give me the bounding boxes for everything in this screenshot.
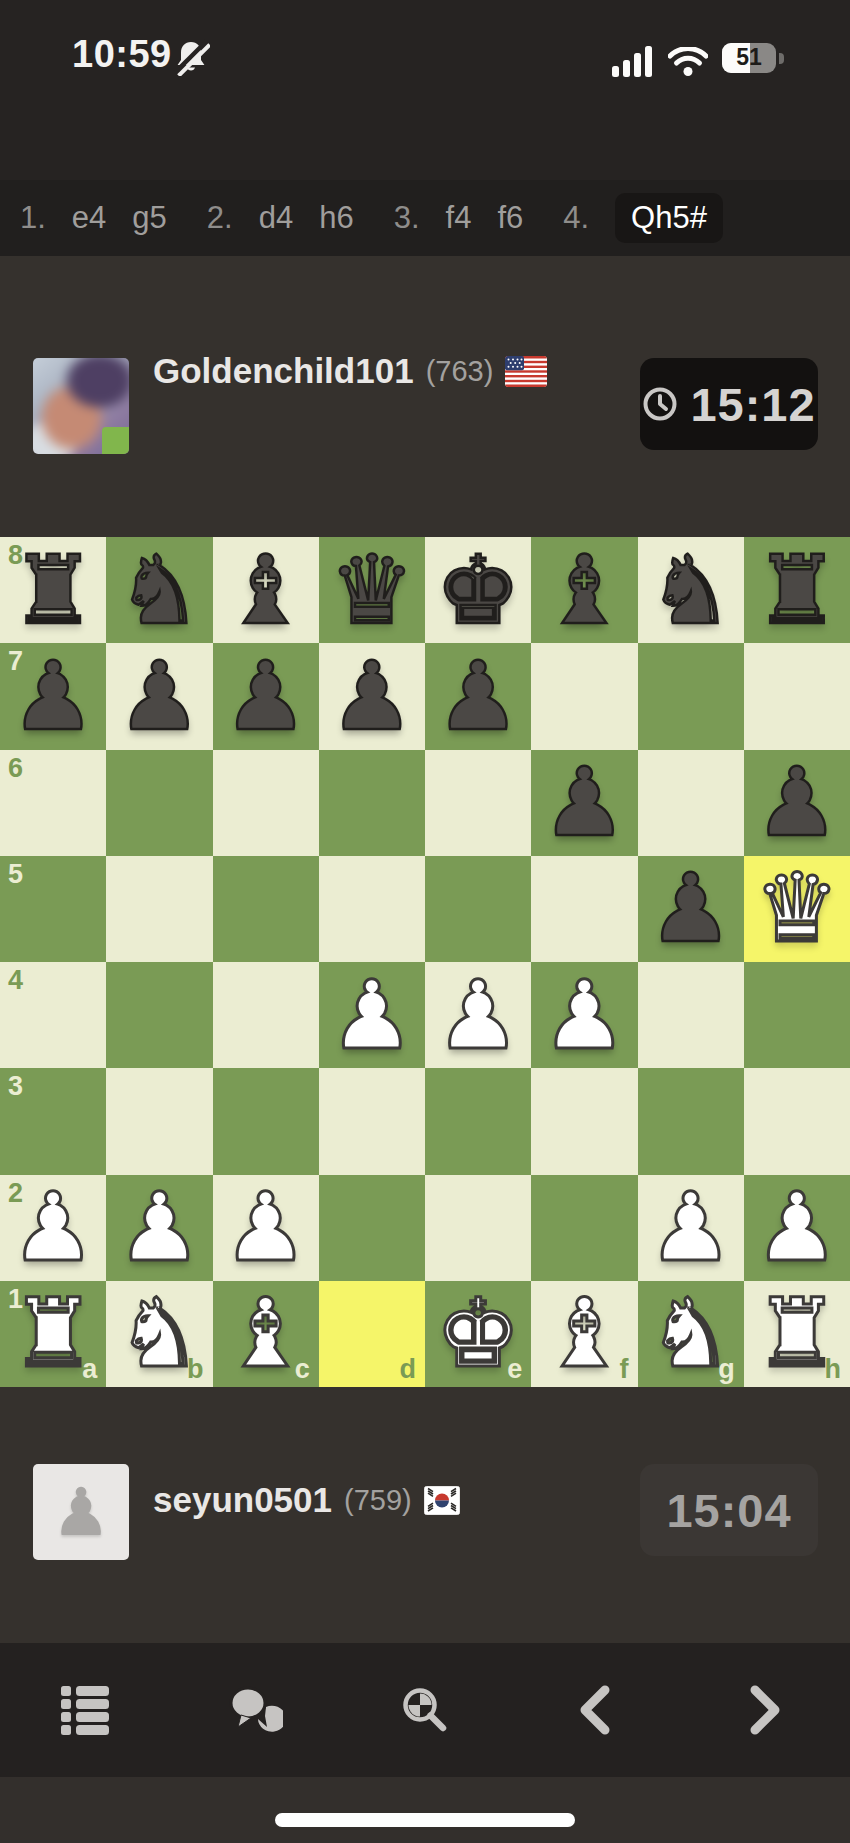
move-number: 1. (20, 200, 46, 236)
toolbar-next-move-button[interactable] (680, 1643, 850, 1777)
square-f3[interactable] (531, 1068, 637, 1174)
file-label: g (718, 1354, 735, 1385)
battery-percent: 51 (722, 44, 776, 71)
black-queen[interactable]: ♛ (329, 543, 414, 638)
square-a1[interactable]: 1a♜ (0, 1281, 106, 1387)
white-queen[interactable]: ♛ (754, 861, 839, 956)
square-g4[interactable] (638, 962, 744, 1068)
move-list-bar: 1.e4g52.d4h63.f4f64.Qh5# (0, 180, 850, 256)
app-header: Chess .com (0, 110, 850, 180)
white-pawn[interactable]: ♟ (542, 968, 627, 1063)
status-bar: 10:59 51 (0, 0, 850, 110)
square-d8[interactable]: ♛ (319, 537, 425, 643)
rank-label: 4 (8, 965, 23, 996)
move-token[interactable]: d4 (259, 200, 293, 236)
square-h8[interactable]: ♜ (744, 537, 850, 643)
rank-label: 6 (8, 753, 23, 784)
home-indicator[interactable] (275, 1813, 575, 1827)
square-d4[interactable]: ♟ (319, 962, 425, 1068)
square-f1[interactable]: f♝ (531, 1281, 637, 1387)
square-c5[interactable] (213, 856, 319, 962)
bottom-toolbar (0, 1643, 850, 1777)
square-c7[interactable]: ♟ (213, 643, 319, 749)
file-label: f (620, 1354, 629, 1385)
square-g1[interactable]: g♞ (638, 1281, 744, 1387)
chess-board: 8♜♞♝♛♚♝♞♜7♟♟♟♟♟6♟♟5♟♛4♟♟♟32♟♟♟♟♟1a♜b♞c♝d… (0, 537, 850, 1387)
square-h2[interactable]: ♟ (744, 1175, 850, 1281)
clock-time: 15:12 (690, 377, 815, 432)
black-knight[interactable]: ♞ (117, 543, 202, 638)
move-token[interactable]: h6 (319, 200, 353, 236)
player-rating: (763) (426, 355, 494, 388)
clock-icon (642, 386, 678, 422)
rank-label: 2 (8, 1178, 23, 1209)
square-f6[interactable]: ♟ (531, 750, 637, 856)
square-g6[interactable] (638, 750, 744, 856)
toolbar-previous-move-button[interactable] (510, 1643, 680, 1777)
file-label: e (507, 1354, 522, 1385)
square-c8[interactable]: ♝ (213, 537, 319, 643)
square-c1[interactable]: c♝ (213, 1281, 319, 1387)
current-move-chip[interactable]: Qh5# (615, 193, 723, 243)
player-name: Goldenchild101 (153, 351, 414, 391)
black-bishop[interactable]: ♝ (542, 543, 627, 638)
white-pawn[interactable]: ♟ (11, 1180, 96, 1275)
chevron-right-icon (745, 1684, 785, 1736)
square-a8[interactable]: 8♜ (0, 537, 106, 643)
square-h7[interactable] (744, 643, 850, 749)
black-rook[interactable]: ♜ (11, 543, 96, 638)
chat-icon (227, 1685, 283, 1735)
white-pawn[interactable]: ♟ (223, 1180, 308, 1275)
rank-label: 8 (8, 540, 23, 571)
black-pawn[interactable]: ♟ (436, 649, 521, 744)
square-d7[interactable]: ♟ (319, 643, 425, 749)
square-f8[interactable]: ♝ (531, 537, 637, 643)
square-d3[interactable] (319, 1068, 425, 1174)
player-clock-top: 15:12 (640, 358, 818, 450)
black-pawn[interactable]: ♟ (542, 755, 627, 850)
black-knight[interactable]: ♞ (648, 543, 733, 638)
online-badge (102, 427, 129, 454)
player-info-row: seyun0501 (759) (153, 1474, 460, 1526)
square-d6[interactable] (319, 750, 425, 856)
square-h6[interactable]: ♟ (744, 750, 850, 856)
black-pawn[interactable]: ♟ (754, 755, 839, 850)
player-name: seyun0501 (153, 1480, 332, 1520)
move-token[interactable]: g5 (132, 200, 166, 236)
move-token[interactable]: f6 (497, 200, 523, 236)
square-g8[interactable]: ♞ (638, 537, 744, 643)
black-pawn[interactable]: ♟ (329, 649, 414, 744)
black-bishop[interactable]: ♝ (223, 543, 308, 638)
square-f4[interactable]: ♟ (531, 962, 637, 1068)
square-f2[interactable] (531, 1175, 637, 1281)
square-e1[interactable]: e♚ (425, 1281, 531, 1387)
default-pawn-avatar-icon: ♟ (51, 1474, 110, 1551)
square-a2[interactable]: 2♟ (0, 1175, 106, 1281)
square-e4[interactable]: ♟ (425, 962, 531, 1068)
square-b7[interactable]: ♟ (106, 643, 212, 749)
chess-app-screen: 10:59 51 (0, 0, 850, 1843)
square-a5[interactable]: 5 (0, 856, 106, 962)
file-label: b (187, 1354, 204, 1385)
rank-label: 1 (8, 1284, 23, 1315)
file-label: d (400, 1354, 417, 1385)
analysis-magnifier-icon (399, 1684, 451, 1736)
white-bishop[interactable]: ♝ (542, 1286, 627, 1381)
moves-list-icon (61, 1683, 109, 1737)
player-panel-top: Goldenchild101 (763) (0, 256, 850, 537)
rank-label: 5 (8, 859, 23, 890)
player-avatar[interactable]: ♟ (33, 1464, 129, 1560)
square-e7[interactable]: ♟ (425, 643, 531, 749)
black-pawn[interactable]: ♟ (223, 649, 308, 744)
player-rating: (759) (344, 1484, 412, 1517)
move-token[interactable]: e4 (72, 200, 106, 236)
square-e8[interactable]: ♚ (425, 537, 531, 643)
square-h5[interactable]: ♛ (744, 856, 850, 962)
cellular-signal-icon (612, 44, 658, 78)
move-token[interactable]: f4 (446, 200, 472, 236)
square-f7[interactable] (531, 643, 637, 749)
square-b3[interactable] (106, 1068, 212, 1174)
status-time: 10:59 (72, 33, 172, 76)
square-b4[interactable] (106, 962, 212, 1068)
square-c2[interactable]: ♟ (213, 1175, 319, 1281)
square-c6[interactable] (213, 750, 319, 856)
square-f5[interactable] (531, 856, 637, 962)
toolbar-moves-button[interactable] (0, 1643, 170, 1777)
kr-flag-icon (424, 1486, 460, 1515)
square-b5[interactable] (106, 856, 212, 962)
black-pawn[interactable]: ♟ (648, 861, 733, 956)
rank-label: 3 (8, 1071, 23, 1102)
square-e2[interactable] (425, 1175, 531, 1281)
file-label: h (825, 1354, 842, 1385)
black-rook[interactable]: ♜ (754, 543, 839, 638)
square-a4[interactable]: 4 (0, 962, 106, 1068)
white-pawn[interactable]: ♟ (436, 968, 521, 1063)
toolbar-analysis-button[interactable] (340, 1643, 510, 1777)
player-avatar[interactable] (33, 358, 129, 454)
square-b8[interactable]: ♞ (106, 537, 212, 643)
black-pawn[interactable]: ♟ (11, 649, 96, 744)
square-e6[interactable] (425, 750, 531, 856)
white-pawn[interactable]: ♟ (754, 1180, 839, 1275)
clock-time: 15:04 (666, 1483, 791, 1538)
square-g5[interactable]: ♟ (638, 856, 744, 962)
move-number: 2. (207, 200, 233, 236)
rank-label: 7 (8, 646, 23, 677)
move-number: 4. (563, 200, 589, 236)
player-info-row: Goldenchild101 (763) (153, 345, 547, 397)
player-panel-bottom: ♟ seyun0501 (759) 15:04 (0, 1387, 850, 1643)
square-e3[interactable] (425, 1068, 531, 1174)
battery-icon: 51 (722, 43, 784, 75)
wifi-icon (668, 47, 708, 77)
square-b6[interactable] (106, 750, 212, 856)
square-g3[interactable] (638, 1068, 744, 1174)
player-clock-bottom: 15:04 (640, 1464, 818, 1556)
square-d5[interactable] (319, 856, 425, 962)
us-flag-icon (505, 356, 547, 387)
notifications-muted-icon (172, 38, 210, 76)
square-h1[interactable]: h♜ (744, 1281, 850, 1387)
file-label: c (295, 1354, 310, 1385)
square-h4[interactable] (744, 962, 850, 1068)
square-a3[interactable]: 3 (0, 1068, 106, 1174)
square-a6[interactable]: 6 (0, 750, 106, 856)
square-g2[interactable]: ♟ (638, 1175, 744, 1281)
white-pawn[interactable]: ♟ (117, 1180, 202, 1275)
file-label: a (82, 1354, 97, 1385)
square-b1[interactable]: b♞ (106, 1281, 212, 1387)
square-g7[interactable] (638, 643, 744, 749)
square-e5[interactable] (425, 856, 531, 962)
white-pawn[interactable]: ♟ (648, 1180, 733, 1275)
black-king[interactable]: ♚ (436, 543, 521, 638)
square-c3[interactable] (213, 1068, 319, 1174)
chevron-left-icon (575, 1684, 615, 1736)
home-indicator-area (0, 1777, 850, 1843)
square-d2[interactable] (319, 1175, 425, 1281)
black-pawn[interactable]: ♟ (117, 649, 202, 744)
square-b2[interactable]: ♟ (106, 1175, 212, 1281)
toolbar-chat-button[interactable] (170, 1643, 340, 1777)
square-h3[interactable] (744, 1068, 850, 1174)
square-a7[interactable]: 7♟ (0, 643, 106, 749)
square-c4[interactable] (213, 962, 319, 1068)
move-number: 3. (394, 200, 420, 236)
white-pawn[interactable]: ♟ (329, 968, 414, 1063)
square-d1[interactable]: d (319, 1281, 425, 1387)
